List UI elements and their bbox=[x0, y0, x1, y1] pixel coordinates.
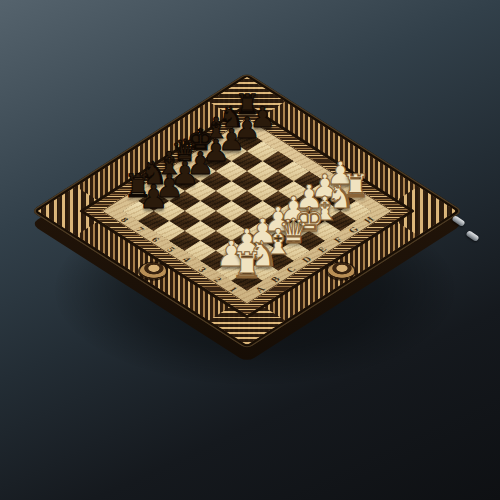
piece-white-rook-a1[interactable]: ♜ bbox=[231, 248, 263, 284]
piece-black-pawn-a7[interactable]: ♟ bbox=[139, 181, 168, 214]
metal-clasp-icon[interactable] bbox=[465, 230, 479, 242]
photo-scene: 87654321 ABCDEFGH ♜♞♝♛♚♝♞♜♟♟♟♟♟♟♟♟♟♟♟♟♟♟… bbox=[0, 0, 500, 500]
